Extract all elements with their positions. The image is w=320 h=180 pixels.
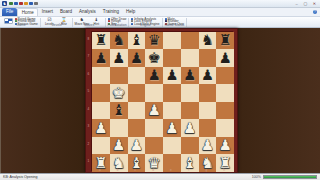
ribbon-tab-bar: File HomeInsertBoardAnalysisTrainingHelp… — [0, 8, 320, 17]
piece-white-pawn[interactable]: ♟ — [112, 138, 125, 153]
file-label-a: a — [91, 169, 109, 173]
ribbon-group-caption: Levels — [41, 23, 73, 27]
close-icon[interactable]: ✕ — [311, 1, 318, 7]
square-d6[interactable]: ♟ — [145, 67, 163, 85]
square-g7[interactable] — [199, 49, 217, 67]
square-d8[interactable]: ♛ — [145, 32, 163, 50]
ribbon-group-full-notation: Offer DrawResignSpyFull Notation — [106, 18, 129, 28]
square-b5[interactable]: ♚ — [110, 84, 128, 102]
help-icon[interactable]: ? — [313, 10, 318, 15]
square-b2[interactable]: ♟ — [110, 137, 128, 155]
square-a2[interactable] — [92, 137, 110, 155]
square-c2[interactable]: ♟ — [128, 137, 146, 155]
square-d2[interactable] — [145, 137, 163, 155]
square-f8[interactable] — [181, 32, 199, 50]
file-label-c: c — [127, 169, 145, 173]
square-d7[interactable]: ♚ — [145, 49, 163, 67]
piece-black-knight[interactable]: ♞ — [112, 33, 125, 48]
quick-access-icon-1[interactable] — [9, 2, 13, 6]
piece-black-pawn[interactable]: ♟ — [183, 68, 196, 83]
quick-access-icon-3[interactable] — [19, 2, 23, 6]
square-f7[interactable] — [181, 49, 199, 67]
status-bar: KB: Analysis Opening 100% — [0, 173, 320, 180]
quick-access-icon-5[interactable] — [29, 2, 33, 6]
square-g4[interactable] — [199, 102, 217, 120]
piece-white-pawn[interactable]: ♟ — [165, 121, 178, 136]
piece-black-pawn[interactable]: ♟ — [219, 51, 232, 66]
square-a5[interactable] — [92, 84, 110, 102]
square-g8[interactable]: ♞ — [199, 32, 217, 50]
piece-black-bishop[interactable]: ♝ — [130, 33, 143, 48]
ribbon-group-game-status: MateBlunderGame OverGame Status — [163, 18, 187, 28]
square-f3[interactable]: ♟ — [181, 119, 199, 137]
square-e3[interactable]: ♟ — [163, 119, 181, 137]
square-c6[interactable] — [128, 67, 146, 85]
ribbon-group-game: Rated GameFriend ModeSerious GameGame — [2, 18, 41, 28]
piece-black-pawn[interactable]: ♟ — [130, 51, 143, 66]
file-label-b: b — [109, 169, 127, 173]
ribbon-group-engine: Infinite AnalysisLock EngineLoad Next En… — [129, 18, 162, 28]
square-f6[interactable]: ♟ — [181, 67, 199, 85]
progress-fill — [264, 176, 316, 178]
ribbon-group-moves: ♞Move Now♝HintMoves — [73, 18, 106, 28]
tab-help[interactable]: Help — [122, 8, 138, 16]
board-window: 87654321 ♜♞♝♛♞♜♟♟♟♚♟♟♟♟♟♚♝♟♟♟♟♟♟♟♟♜♞♝♛♝♞… — [85, 28, 238, 173]
file-label-d: d — [144, 169, 162, 173]
piece-black-knight[interactable]: ♞ — [201, 33, 214, 48]
piece-black-bishop[interactable]: ♝ — [112, 103, 125, 118]
piece-black-rook[interactable]: ♜ — [94, 33, 107, 48]
square-f4[interactable] — [181, 102, 199, 120]
progress-label: 100% — [252, 175, 261, 179]
file-label-h: h — [215, 169, 233, 173]
square-f5[interactable] — [181, 84, 199, 102]
square-d3[interactable] — [145, 119, 163, 137]
application-window: ♞ – ▢ ✕ File HomeInsertBoardAnalysisTrai… — [0, 0, 320, 180]
square-a4[interactable] — [92, 102, 110, 120]
file-labels: abcdefgh — [91, 169, 233, 173]
square-e4[interactable] — [163, 102, 181, 120]
piece-white-pawn[interactable]: ♟ — [183, 121, 196, 136]
piece-white-pawn[interactable]: ♟ — [130, 138, 143, 153]
square-e7[interactable] — [163, 49, 181, 67]
square-h8[interactable]: ♜ — [216, 32, 234, 50]
piece-white-king[interactable]: ♚ — [112, 86, 125, 101]
piece-black-rook[interactable]: ♜ — [219, 33, 232, 48]
ribbon-group-levels: ⚂Levels⌛BlitzLevels — [41, 18, 74, 28]
piece-white-pawn[interactable]: ♟ — [148, 103, 161, 118]
status-text: KB: Analysis Opening — [3, 175, 38, 179]
square-a7[interactable]: ♟ — [92, 49, 110, 67]
square-c7[interactable]: ♟ — [128, 49, 146, 67]
square-h5[interactable] — [216, 84, 234, 102]
piece-white-pawn[interactable]: ♟ — [219, 138, 232, 153]
square-a6[interactable] — [92, 67, 110, 85]
square-d4[interactable]: ♟ — [145, 102, 163, 120]
file-label-f: f — [180, 169, 198, 173]
piece-black-pawn[interactable]: ♟ — [165, 68, 178, 83]
ribbon-tabs: HomeInsertBoardAnalysisTrainingHelp — [17, 8, 138, 16]
square-b4[interactable]: ♝ — [110, 102, 128, 120]
tab-board[interactable]: Board — [57, 8, 76, 16]
ribbon: Rated GameFriend ModeSerious GameGame⚂Le… — [0, 17, 320, 28]
piece-black-queen[interactable]: ♛ — [148, 33, 161, 48]
ribbon-group-caption: Full Notation — [106, 23, 128, 27]
workspace: 87654321 ♜♞♝♛♞♜♟♟♟♚♟♟♟♟♟♚♝♟♟♟♟♟♟♟♟♜♞♝♛♝♞… — [0, 28, 320, 173]
square-h3[interactable] — [216, 119, 234, 137]
quick-access-toolbar — [9, 2, 38, 6]
square-g2[interactable]: ♟ — [199, 137, 217, 155]
file-label-g: g — [198, 169, 216, 173]
tab-analysis[interactable]: Analysis — [76, 8, 100, 16]
square-c8[interactable]: ♝ — [128, 32, 146, 50]
ribbon-group-caption: Engine — [129, 23, 161, 27]
square-d5[interactable] — [145, 84, 163, 102]
window-controls: – ▢ ✕ — [293, 1, 318, 7]
quick-access-icon-6[interactable] — [34, 2, 38, 6]
piece-black-pawn[interactable]: ♟ — [148, 68, 161, 83]
square-b7[interactable]: ♟ — [110, 49, 128, 67]
progress-bar — [263, 175, 317, 179]
square-g5[interactable] — [199, 84, 217, 102]
square-c4[interactable] — [128, 102, 146, 120]
square-c5[interactable] — [128, 84, 146, 102]
square-h2[interactable]: ♟ — [216, 137, 234, 155]
quick-access-icon-2[interactable] — [14, 2, 18, 6]
ribbon-group-caption: Moves — [73, 23, 105, 27]
tab-insert[interactable]: Insert — [38, 8, 56, 16]
ribbon-group-caption: Game Status — [163, 23, 186, 27]
piece-black-king[interactable]: ♚ — [148, 51, 161, 66]
square-a3[interactable]: ♟ — [92, 119, 110, 137]
piece-black-pawn[interactable]: ♟ — [94, 51, 107, 66]
piece-black-pawn[interactable]: ♟ — [112, 51, 125, 66]
piece-white-pawn[interactable]: ♟ — [201, 138, 214, 153]
square-c3[interactable] — [128, 119, 146, 137]
piece-black-pawn[interactable]: ♟ — [201, 68, 214, 83]
square-e2[interactable] — [163, 137, 181, 155]
app-icon: ♞ — [2, 1, 7, 6]
square-e6[interactable]: ♟ — [163, 67, 181, 85]
square-g6[interactable]: ♟ — [199, 67, 217, 85]
tab-training[interactable]: Training — [99, 8, 122, 16]
file-label-e: e — [162, 169, 180, 173]
ribbon-group-caption: Game — [2, 23, 40, 27]
square-h4[interactable] — [216, 102, 234, 120]
title-bar: ♞ – ▢ ✕ — [0, 0, 320, 8]
maximize-icon[interactable]: ▢ — [302, 1, 309, 7]
square-b6[interactable] — [110, 67, 128, 85]
tab-file[interactable]: File — [2, 8, 17, 16]
minimize-icon[interactable]: – — [293, 1, 300, 7]
square-e5[interactable] — [163, 84, 181, 102]
square-b8[interactable]: ♞ — [110, 32, 128, 50]
square-a8[interactable]: ♜ — [92, 32, 110, 50]
square-f2[interactable] — [181, 137, 199, 155]
tab-home[interactable]: Home — [17, 8, 38, 16]
square-b3[interactable] — [110, 119, 128, 137]
quick-access-icon-4[interactable] — [24, 2, 28, 6]
square-g3[interactable] — [199, 119, 217, 137]
square-h6[interactable] — [216, 67, 234, 85]
square-e8[interactable] — [163, 32, 181, 50]
square-h7[interactable]: ♟ — [216, 49, 234, 67]
piece-white-pawn[interactable]: ♟ — [94, 121, 107, 136]
chess-board: ♜♞♝♛♞♜♟♟♟♚♟♟♟♟♟♚♝♟♟♟♟♟♟♟♟♜♞♝♛♝♞♜ — [91, 31, 233, 171]
